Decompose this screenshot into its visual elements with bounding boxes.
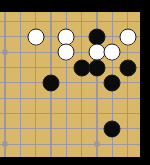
grid-line-horizontal xyxy=(0,98,140,99)
grid-line-vertical xyxy=(81,12,82,157)
grid-line-horizontal xyxy=(0,144,140,145)
grid-line-vertical xyxy=(4,12,5,157)
stone-black[interactable]: ● xyxy=(104,74,121,91)
letterbox-top xyxy=(0,0,150,12)
stone-black[interactable]: ● xyxy=(119,59,136,76)
stone-white[interactable]: ● xyxy=(27,28,44,45)
letterbox-right xyxy=(140,0,150,165)
star-point xyxy=(3,142,8,147)
star-point xyxy=(3,50,8,55)
go-board[interactable]: ●●●●●●●●●●●●● xyxy=(0,12,140,157)
stone-white[interactable]: ● xyxy=(58,44,75,61)
stone-black[interactable]: ● xyxy=(43,74,60,91)
stone-white[interactable]: ● xyxy=(104,44,121,61)
grid-line-horizontal xyxy=(0,113,140,114)
stone-black[interactable]: ● xyxy=(89,59,106,76)
stone-black[interactable]: ● xyxy=(104,120,121,137)
stone-white[interactable]: ● xyxy=(119,28,136,45)
grid-line-horizontal xyxy=(0,21,140,22)
letterbox-bottom xyxy=(0,157,150,165)
screen: ●●●●●●●●●●●●● xyxy=(0,0,150,165)
grid-line-vertical xyxy=(20,12,21,157)
star-point xyxy=(95,142,100,147)
